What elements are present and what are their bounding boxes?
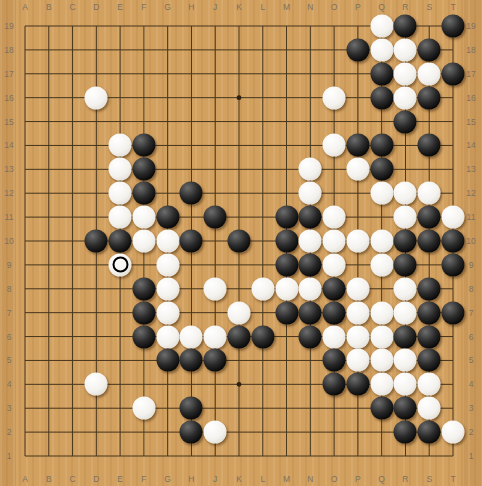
row-label-left: 3: [7, 403, 12, 413]
stone-black-R10: [394, 230, 417, 253]
col-label-top: R: [402, 2, 408, 12]
stone-white-O16: [323, 86, 346, 109]
stone-black-R6: [394, 325, 417, 348]
stone-black-O7: [323, 301, 346, 324]
col-label-bottom: R: [402, 474, 408, 484]
stone-black-H12: [180, 182, 203, 205]
row-label-right: 12: [466, 188, 475, 198]
col-label-bottom: F: [141, 474, 146, 484]
row-label-right: 9: [469, 260, 474, 270]
col-label-top: C: [69, 2, 75, 12]
col-label-bottom: J: [213, 474, 217, 484]
stone-white-S12: [418, 182, 441, 205]
stone-black-Q17: [370, 62, 393, 85]
stone-black-T19: [442, 15, 465, 38]
stone-white-R18: [394, 38, 417, 61]
stone-white-Q12: [370, 182, 393, 205]
row-label-left: 6: [7, 332, 12, 342]
row-label-left: 16: [4, 93, 13, 103]
stone-black-N6: [299, 325, 322, 348]
row-label-right: 8: [469, 284, 474, 294]
row-label-right: 4: [469, 379, 474, 389]
stone-white-G9: [156, 253, 179, 276]
col-label-top: E: [117, 2, 123, 12]
stone-white-O10: [323, 230, 346, 253]
stone-black-R19: [394, 15, 417, 38]
stone-black-S2: [418, 421, 441, 444]
stone-black-T10: [442, 230, 465, 253]
row-label-left: 2: [7, 427, 12, 437]
stone-white-H6: [180, 325, 203, 348]
stone-black-R15: [394, 110, 417, 133]
stone-black-S10: [418, 230, 441, 253]
stone-white-Q4: [370, 373, 393, 396]
row-label-right: 17: [466, 69, 475, 79]
stone-black-T9: [442, 253, 465, 276]
stone-white-E14: [109, 134, 132, 157]
stone-white-Q18: [370, 38, 393, 61]
row-label-right: 6: [469, 332, 474, 342]
col-label-top: S: [426, 2, 432, 12]
stone-black-O4: [323, 373, 346, 396]
col-label-bottom: E: [117, 474, 123, 484]
stone-black-M9: [275, 253, 298, 276]
stone-black-L6: [251, 325, 274, 348]
stone-white-O6: [323, 325, 346, 348]
col-label-bottom: M: [283, 474, 290, 484]
col-label-top: P: [355, 2, 361, 12]
stone-white-P6: [346, 325, 369, 348]
stone-white-E9: [109, 253, 132, 276]
row-label-right: 14: [466, 140, 475, 150]
stone-black-S16: [418, 86, 441, 109]
col-label-bottom: S: [426, 474, 432, 484]
row-label-left: 9: [7, 260, 12, 270]
row-label-left: 14: [4, 140, 13, 150]
row-label-right: 2: [469, 427, 474, 437]
row-label-right: 5: [469, 355, 474, 365]
stone-black-S18: [418, 38, 441, 61]
col-label-bottom: L: [260, 474, 265, 484]
stone-black-S8: [418, 277, 441, 300]
row-label-left: 8: [7, 284, 12, 294]
stone-white-E12: [109, 182, 132, 205]
col-label-top: F: [141, 2, 146, 12]
stone-white-E13: [109, 158, 132, 181]
stone-black-P18: [346, 38, 369, 61]
stone-white-T2: [442, 421, 465, 444]
stone-white-R5: [394, 349, 417, 372]
stone-black-K6: [228, 325, 251, 348]
stone-black-S5: [418, 349, 441, 372]
row-label-left: 18: [4, 45, 13, 55]
stone-black-F13: [132, 158, 155, 181]
row-label-left: 17: [4, 69, 13, 79]
stone-black-N7: [299, 301, 322, 324]
row-label-left: 1: [7, 451, 12, 461]
stone-black-P4: [346, 373, 369, 396]
stone-white-F11: [132, 206, 155, 229]
stone-white-Q10: [370, 230, 393, 253]
stone-white-N12: [299, 182, 322, 205]
stone-white-D16: [85, 86, 108, 109]
stone-black-R2: [394, 421, 417, 444]
stone-black-Q13: [370, 158, 393, 181]
row-label-right: 16: [466, 93, 475, 103]
stone-white-S4: [418, 373, 441, 396]
stone-white-R17: [394, 62, 417, 85]
stone-white-F10: [132, 230, 155, 253]
col-label-bottom: N: [307, 474, 313, 484]
col-label-top: Q: [378, 2, 385, 12]
stone-black-T17: [442, 62, 465, 85]
row-label-right: 15: [466, 117, 475, 127]
stone-black-P14: [346, 134, 369, 157]
stone-white-R12: [394, 182, 417, 205]
stone-black-H2: [180, 421, 203, 444]
stone-black-G11: [156, 206, 179, 229]
stone-white-O9: [323, 253, 346, 276]
row-label-left: 7: [7, 308, 12, 318]
stone-black-H10: [180, 230, 203, 253]
stone-black-M10: [275, 230, 298, 253]
stone-black-F8: [132, 277, 155, 300]
stone-black-M11: [275, 206, 298, 229]
stone-white-G8: [156, 277, 179, 300]
col-label-bottom: T: [450, 474, 455, 484]
stone-white-G7: [156, 301, 179, 324]
stone-black-H3: [180, 397, 203, 420]
row-label-right: 7: [469, 308, 474, 318]
stone-black-E10: [109, 230, 132, 253]
row-label-right: 18: [466, 45, 475, 55]
col-label-bottom: O: [331, 474, 338, 484]
row-label-right: 1: [469, 451, 474, 461]
stone-black-Q14: [370, 134, 393, 157]
stone-black-S11: [418, 206, 441, 229]
stone-black-Q3: [370, 397, 393, 420]
row-label-left: 11: [5, 212, 14, 222]
stone-black-F6: [132, 325, 155, 348]
stone-black-S7: [418, 301, 441, 324]
stone-black-F12: [132, 182, 155, 205]
stone-white-Q5: [370, 349, 393, 372]
stone-white-G10: [156, 230, 179, 253]
stone-white-D4: [85, 373, 108, 396]
stone-white-O14: [323, 134, 346, 157]
stone-white-Q19: [370, 15, 393, 38]
stone-white-S3: [418, 397, 441, 420]
col-label-bottom: A: [22, 474, 28, 484]
stone-white-P13: [346, 158, 369, 181]
col-label-bottom: B: [46, 474, 52, 484]
stone-white-N8: [299, 277, 322, 300]
row-label-right: 13: [466, 164, 475, 174]
stone-white-R8: [394, 277, 417, 300]
stone-white-G6: [156, 325, 179, 348]
stone-white-P5: [346, 349, 369, 372]
stone-black-N9: [299, 253, 322, 276]
row-label-left: 10: [4, 236, 13, 246]
row-label-right: 11: [467, 212, 476, 222]
stone-white-J2: [204, 421, 227, 444]
row-label-right: 19: [466, 21, 475, 31]
stone-black-O8: [323, 277, 346, 300]
stone-black-D10: [85, 230, 108, 253]
go-board[interactable]: AABBCCDDEEFFGGHHJJKKLLMMNNOOPPQQRRSSTT19…: [0, 0, 482, 486]
col-label-top: L: [260, 2, 265, 12]
stone-white-R16: [394, 86, 417, 109]
stone-black-S6: [418, 325, 441, 348]
stone-black-M7: [275, 301, 298, 324]
col-label-top: B: [46, 2, 52, 12]
stone-white-T11: [442, 206, 465, 229]
row-label-left: 19: [4, 21, 13, 31]
stone-white-R7: [394, 301, 417, 324]
row-label-left: 13: [4, 164, 13, 174]
stone-white-O11: [323, 206, 346, 229]
last-move-marker: [112, 257, 128, 273]
stone-white-N13: [299, 158, 322, 181]
stone-black-G5: [156, 349, 179, 372]
stone-white-M8: [275, 277, 298, 300]
row-label-left: 5: [7, 355, 12, 365]
col-label-top: K: [236, 2, 242, 12]
stone-white-Q9: [370, 253, 393, 276]
stone-white-K7: [228, 301, 251, 324]
col-label-bottom: K: [236, 474, 242, 484]
stone-black-T7: [442, 301, 465, 324]
stone-black-N11: [299, 206, 322, 229]
stone-black-R3: [394, 397, 417, 420]
stone-black-Q16: [370, 86, 393, 109]
stone-black-F7: [132, 301, 155, 324]
stone-white-J6: [204, 325, 227, 348]
stone-black-O5: [323, 349, 346, 372]
col-label-top: J: [213, 2, 217, 12]
col-label-bottom: P: [355, 474, 361, 484]
col-label-top: N: [307, 2, 313, 12]
stone-black-H5: [180, 349, 203, 372]
col-label-bottom: D: [93, 474, 99, 484]
stone-white-Q6: [370, 325, 393, 348]
col-label-top: O: [331, 2, 338, 12]
stone-black-S14: [418, 134, 441, 157]
stone-white-S17: [418, 62, 441, 85]
stone-white-R11: [394, 206, 417, 229]
stone-black-J11: [204, 206, 227, 229]
stone-white-P8: [346, 277, 369, 300]
stone-white-R4: [394, 373, 417, 396]
stone-white-E11: [109, 206, 132, 229]
stone-white-P7: [346, 301, 369, 324]
col-label-top: H: [188, 2, 194, 12]
stone-black-F14: [132, 134, 155, 157]
col-label-bottom: G: [164, 474, 171, 484]
col-label-top: M: [283, 2, 290, 12]
stone-black-R9: [394, 253, 417, 276]
stone-white-F3: [132, 397, 155, 420]
col-label-top: G: [164, 2, 171, 12]
row-label-left: 12: [4, 188, 13, 198]
row-label-right: 10: [466, 236, 475, 246]
stone-white-J8: [204, 277, 227, 300]
col-label-top: T: [450, 2, 455, 12]
col-label-bottom: H: [188, 474, 194, 484]
stone-white-L8: [251, 277, 274, 300]
col-label-top: D: [93, 2, 99, 12]
stone-white-P10: [346, 230, 369, 253]
col-label-bottom: Q: [378, 474, 385, 484]
col-label-bottom: C: [69, 474, 75, 484]
row-label-left: 4: [7, 379, 12, 389]
row-label-right: 3: [469, 403, 474, 413]
col-label-top: A: [22, 2, 28, 12]
stone-white-N10: [299, 230, 322, 253]
stone-white-Q7: [370, 301, 393, 324]
stone-black-J5: [204, 349, 227, 372]
stone-black-K10: [228, 230, 251, 253]
row-label-left: 15: [4, 117, 13, 127]
